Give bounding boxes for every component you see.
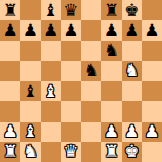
square-a5[interactable] [0,61,20,81]
square-e3[interactable] [81,101,101,121]
square-c8[interactable]: ♝ [41,0,61,20]
white-king: ♚ [124,143,139,160]
square-e4[interactable] [81,81,101,101]
black-pawn: ♟ [104,22,119,39]
square-h7[interactable]: ♟ [142,20,162,40]
square-d8[interactable]: ♛ [61,0,81,20]
square-c2[interactable] [41,122,61,142]
square-a8[interactable]: ♜ [0,0,20,20]
white-pawn: ♟ [144,123,159,140]
square-a1[interactable]: ♜ [0,142,20,162]
square-f6[interactable]: ♞ [101,41,121,61]
square-d3[interactable] [61,101,81,121]
white-pawn: ♟ [3,123,18,140]
square-g7[interactable]: ♟ [122,20,142,40]
chess-board: ♜♝♛♜♚♟♟♟♟♟♟♟♞♞♞♝♝♟♝♟♟♟♜♞♛♜♚ [0,0,162,162]
black-bishop: ♝ [43,2,58,19]
square-e6[interactable] [81,41,101,61]
square-d5[interactable] [61,61,81,81]
square-g4[interactable] [122,81,142,101]
square-e2[interactable] [81,122,101,142]
black-rook: ♜ [3,2,18,19]
square-c1[interactable] [41,142,61,162]
square-h5[interactable] [142,61,162,81]
square-d1[interactable]: ♛ [61,142,81,162]
square-c7[interactable]: ♟ [41,20,61,40]
square-f1[interactable]: ♜ [101,142,121,162]
white-rook: ♜ [104,143,119,160]
square-h2[interactable]: ♟ [142,122,162,142]
square-e1[interactable] [81,142,101,162]
square-g6[interactable] [122,41,142,61]
square-g2[interactable]: ♟ [122,122,142,142]
square-c4[interactable]: ♝ [41,81,61,101]
black-pawn: ♟ [43,22,58,39]
white-bishop: ♝ [23,123,38,140]
square-g5[interactable]: ♞ [122,61,142,81]
black-rook: ♜ [104,2,119,19]
square-a7[interactable]: ♟ [0,20,20,40]
square-f8[interactable]: ♜ [101,0,121,20]
square-b8[interactable] [20,0,40,20]
square-e8[interactable] [81,0,101,20]
square-d2[interactable] [61,122,81,142]
square-g8[interactable]: ♚ [122,0,142,20]
square-f5[interactable] [101,61,121,81]
black-king: ♚ [124,2,139,19]
square-a6[interactable] [0,41,20,61]
square-a4[interactable] [0,81,20,101]
square-g3[interactable] [122,101,142,121]
black-knight: ♞ [104,42,119,59]
black-pawn: ♟ [23,22,38,39]
square-b2[interactable]: ♝ [20,122,40,142]
white-pawn: ♟ [104,123,119,140]
square-h6[interactable] [142,41,162,61]
white-knight: ♞ [124,62,139,79]
square-a3[interactable] [0,101,20,121]
square-e5[interactable]: ♞ [81,61,101,81]
square-b3[interactable] [20,101,40,121]
square-a2[interactable]: ♟ [0,122,20,142]
white-rook: ♜ [3,143,18,160]
white-queen: ♛ [63,143,78,160]
black-queen: ♛ [63,2,78,19]
square-f2[interactable]: ♟ [101,122,121,142]
square-d6[interactable] [61,41,81,61]
square-d4[interactable] [61,81,81,101]
black-pawn: ♟ [144,22,159,39]
white-bishop: ♝ [43,83,58,100]
white-knight: ♞ [23,143,38,160]
white-pawn: ♟ [124,123,139,140]
black-knight: ♞ [84,62,99,79]
black-pawn: ♟ [63,22,78,39]
square-b7[interactable]: ♟ [20,20,40,40]
square-c3[interactable] [41,101,61,121]
square-h8[interactable] [142,0,162,20]
square-c5[interactable] [41,61,61,81]
black-bishop: ♝ [23,83,38,100]
square-h1[interactable] [142,142,162,162]
square-h4[interactable] [142,81,162,101]
black-pawn: ♟ [124,22,139,39]
square-e7[interactable] [81,20,101,40]
square-f3[interactable] [101,101,121,121]
square-b1[interactable]: ♞ [20,142,40,162]
square-f7[interactable]: ♟ [101,20,121,40]
square-g1[interactable]: ♚ [122,142,142,162]
square-h3[interactable] [142,101,162,121]
square-b6[interactable] [20,41,40,61]
square-b5[interactable] [20,61,40,81]
square-f4[interactable] [101,81,121,101]
square-d7[interactable]: ♟ [61,20,81,40]
black-pawn: ♟ [3,22,18,39]
square-c6[interactable] [41,41,61,61]
square-b4[interactable]: ♝ [20,81,40,101]
